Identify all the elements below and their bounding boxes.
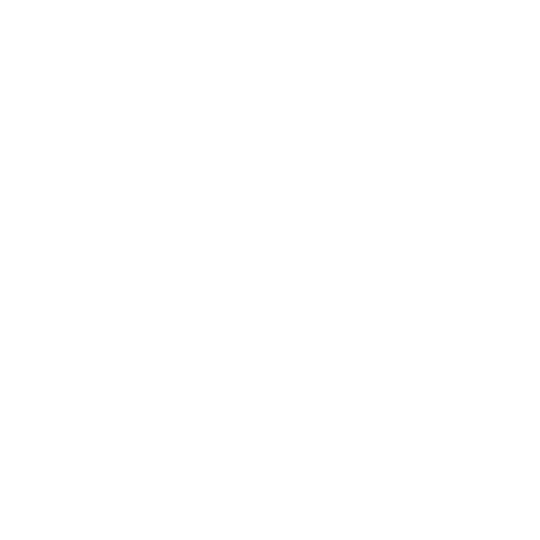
product-photo-scene xyxy=(0,0,540,540)
boards-canvas xyxy=(0,0,540,540)
